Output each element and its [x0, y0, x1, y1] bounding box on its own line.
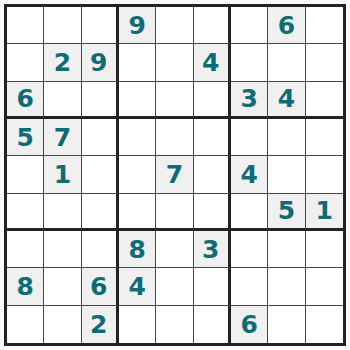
sudoku-cell-r6c6[interactable]	[194, 194, 231, 231]
sudoku-cell-r3c7[interactable]: 3	[231, 82, 268, 119]
sudoku-cell-r5c3[interactable]	[82, 156, 119, 193]
sudoku-cell-r4c1[interactable]: 5	[7, 119, 44, 156]
sudoku-cell-r4c9[interactable]	[306, 119, 343, 156]
sudoku-cell-r8c4[interactable]: 4	[119, 268, 156, 305]
sudoku-cell-r5c5[interactable]: 7	[156, 156, 193, 193]
sudoku-cell-r4c2[interactable]: 7	[44, 119, 81, 156]
sudoku-cell-r7c8[interactable]	[268, 231, 305, 268]
sudoku-cell-r6c3[interactable]	[82, 194, 119, 231]
sudoku-cell-r1c7[interactable]	[231, 7, 268, 44]
sudoku-cell-r9c6[interactable]	[194, 306, 231, 343]
sudoku-cell-r2c6[interactable]: 4	[194, 44, 231, 81]
sudoku-cell-r5c9[interactable]	[306, 156, 343, 193]
sudoku-cell-r1c2[interactable]	[44, 7, 81, 44]
sudoku-cell-r9c1[interactable]	[7, 306, 44, 343]
sudoku-cell-r2c1[interactable]	[7, 44, 44, 81]
sudoku-cell-r1c6[interactable]	[194, 7, 231, 44]
sudoku-cell-r8c6[interactable]	[194, 268, 231, 305]
sudoku-cell-r4c4[interactable]	[119, 119, 156, 156]
sudoku-cell-r3c9[interactable]	[306, 82, 343, 119]
sudoku-cell-r7c6[interactable]: 3	[194, 231, 231, 268]
sudoku-cell-r8c8[interactable]	[268, 268, 305, 305]
sudoku-cell-r6c8[interactable]: 5	[268, 194, 305, 231]
sudoku-cell-r2c8[interactable]	[268, 44, 305, 81]
sudoku-cell-r7c2[interactable]	[44, 231, 81, 268]
sudoku-cell-r7c7[interactable]	[231, 231, 268, 268]
sudoku-cell-r2c5[interactable]	[156, 44, 193, 81]
sudoku-cell-r9c9[interactable]	[306, 306, 343, 343]
sudoku-cell-r2c7[interactable]	[231, 44, 268, 81]
sudoku-cell-r3c5[interactable]	[156, 82, 193, 119]
sudoku-cell-r3c8[interactable]: 4	[268, 82, 305, 119]
sudoku-cell-r5c7[interactable]: 4	[231, 156, 268, 193]
sudoku-cell-r7c5[interactable]	[156, 231, 193, 268]
sudoku-cell-r6c1[interactable]	[7, 194, 44, 231]
sudoku-cell-r6c5[interactable]	[156, 194, 193, 231]
sudoku-cell-r9c8[interactable]	[268, 306, 305, 343]
page: 9629463457174518386426	[0, 0, 350, 350]
sudoku-cell-r4c3[interactable]	[82, 119, 119, 156]
sudoku-cell-r9c3[interactable]: 2	[82, 306, 119, 343]
sudoku-cell-r9c4[interactable]	[119, 306, 156, 343]
sudoku-cell-r8c7[interactable]	[231, 268, 268, 305]
sudoku-cell-r6c4[interactable]	[119, 194, 156, 231]
sudoku-cell-r7c4[interactable]: 8	[119, 231, 156, 268]
sudoku-cell-r3c4[interactable]	[119, 82, 156, 119]
sudoku-board: 9629463457174518386426	[4, 4, 346, 346]
sudoku-cell-r3c1[interactable]: 6	[7, 82, 44, 119]
sudoku-cell-r3c6[interactable]	[194, 82, 231, 119]
sudoku-cell-r6c2[interactable]	[44, 194, 81, 231]
sudoku-cell-r3c3[interactable]	[82, 82, 119, 119]
sudoku-cell-r2c4[interactable]	[119, 44, 156, 81]
sudoku-cell-r9c7[interactable]: 6	[231, 306, 268, 343]
sudoku-cell-r1c5[interactable]	[156, 7, 193, 44]
sudoku-cell-r4c5[interactable]	[156, 119, 193, 156]
sudoku-cell-r8c3[interactable]: 6	[82, 268, 119, 305]
sudoku-cell-r5c2[interactable]: 1	[44, 156, 81, 193]
sudoku-cell-r6c7[interactable]	[231, 194, 268, 231]
sudoku-cell-r5c6[interactable]	[194, 156, 231, 193]
sudoku-cell-r9c5[interactable]	[156, 306, 193, 343]
sudoku-cell-r5c4[interactable]	[119, 156, 156, 193]
sudoku-cell-r1c3[interactable]	[82, 7, 119, 44]
sudoku-cell-r2c2[interactable]: 2	[44, 44, 81, 81]
sudoku-cell-r5c1[interactable]	[7, 156, 44, 193]
sudoku-cell-r7c3[interactable]	[82, 231, 119, 268]
sudoku-cell-r3c2[interactable]	[44, 82, 81, 119]
sudoku-cell-r7c1[interactable]	[7, 231, 44, 268]
sudoku-cell-r6c9[interactable]: 1	[306, 194, 343, 231]
sudoku-cell-r5c8[interactable]	[268, 156, 305, 193]
sudoku-cell-r1c9[interactable]	[306, 7, 343, 44]
sudoku-cell-r4c7[interactable]	[231, 119, 268, 156]
sudoku-cell-r8c2[interactable]	[44, 268, 81, 305]
sudoku-cell-r1c8[interactable]: 6	[268, 7, 305, 44]
sudoku-cell-r2c9[interactable]	[306, 44, 343, 81]
sudoku-cell-r2c3[interactable]: 9	[82, 44, 119, 81]
sudoku-cell-r8c5[interactable]	[156, 268, 193, 305]
sudoku-cell-r4c8[interactable]	[268, 119, 305, 156]
sudoku-cell-r7c9[interactable]	[306, 231, 343, 268]
sudoku-cell-r8c9[interactable]	[306, 268, 343, 305]
sudoku-cell-r8c1[interactable]: 8	[7, 268, 44, 305]
sudoku-cell-r1c1[interactable]	[7, 7, 44, 44]
sudoku-cell-r4c6[interactable]	[194, 119, 231, 156]
sudoku-cell-r9c2[interactable]	[44, 306, 81, 343]
sudoku-cell-r1c4[interactable]: 9	[119, 7, 156, 44]
